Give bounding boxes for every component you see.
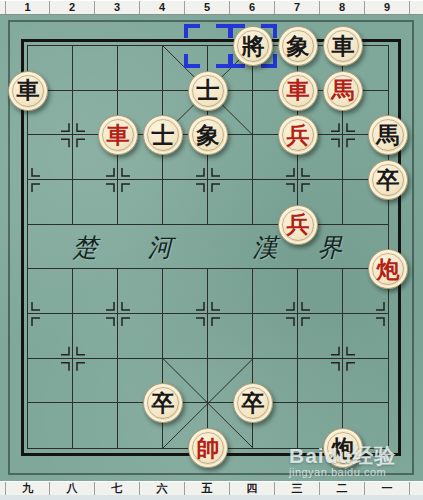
file-label-top-3: 3 (95, 1, 140, 14)
piece-glyph: 帥 (197, 436, 220, 459)
xiangqi-app-window: 123456789 楚河漢界 將象車車士車馬車士象兵馬卒兵炮卒卒帥炮 Baidu… (0, 0, 423, 500)
piece-glyph: 馬 (377, 123, 400, 146)
file-label-top-5: 5 (185, 1, 230, 14)
marker-corner (184, 54, 200, 68)
grid-cell (208, 269, 253, 314)
grid-cell (73, 403, 118, 448)
grid-cell (28, 180, 73, 225)
piece-black-advisor[interactable]: 士 (188, 71, 228, 111)
piece-red-soldier[interactable]: 兵 (278, 205, 318, 245)
piece-black-cannon[interactable]: 炮 (323, 428, 363, 468)
grid-cell (253, 314, 298, 359)
piece-glyph: 卒 (377, 168, 400, 191)
grid-cell (28, 314, 73, 359)
piece-glyph: 象 (197, 123, 220, 146)
piece-glyph: 馬 (332, 78, 355, 101)
grid-cell (73, 269, 118, 314)
file-label-top-8: 8 (320, 1, 365, 14)
piece-black-soldier[interactable]: 卒 (233, 383, 273, 423)
grid-cell (73, 314, 118, 359)
file-label-top-6: 6 (230, 1, 275, 14)
file-label-bottom-1: 九 (5, 482, 50, 495)
piece-glyph: 卒 (152, 391, 175, 414)
grid-cell (118, 314, 163, 359)
piece-glyph: 車 (332, 34, 355, 57)
bottom-coordinate-bar: 九八七六五四三二一 (0, 481, 423, 496)
piece-black-elephant[interactable]: 象 (278, 26, 318, 66)
file-label-bottom-8: 二 (320, 482, 365, 495)
piece-red-soldier[interactable]: 兵 (278, 115, 318, 155)
piece-red-horse[interactable]: 馬 (323, 71, 363, 111)
grid-cell (118, 46, 163, 91)
file-label-bottom-7: 三 (275, 482, 320, 495)
grid-cell (208, 180, 253, 225)
river-char: 界 (318, 231, 343, 264)
river-char: 河 (148, 231, 173, 264)
piece-black-soldier[interactable]: 卒 (143, 383, 183, 423)
grid-cell (28, 135, 73, 180)
file-label-top-4: 4 (140, 1, 185, 14)
file-label-top-9: 9 (365, 1, 410, 14)
piece-glyph: 將 (242, 34, 265, 57)
window-bottom-strip (0, 495, 423, 500)
top-coordinate-bar: 123456789 (0, 0, 423, 15)
grid-cell (73, 180, 118, 225)
piece-red-chariot[interactable]: 車 (278, 71, 318, 111)
grid-cell (163, 269, 208, 314)
river-char: 漢 (253, 231, 278, 264)
grid-cell (208, 225, 253, 270)
piece-glyph: 士 (152, 123, 175, 146)
file-label-bottom-3: 七 (95, 482, 140, 495)
file-label-bottom-2: 八 (50, 482, 95, 495)
piece-black-chariot[interactable]: 車 (8, 71, 48, 111)
grid-cell (298, 314, 343, 359)
grid-cell (28, 359, 73, 404)
grid-cell (208, 314, 253, 359)
grid-cell (253, 269, 298, 314)
piece-glyph: 炮 (377, 257, 400, 280)
piece-glyph: 卒 (242, 391, 265, 414)
grid-cell (298, 359, 343, 404)
grid-cell (343, 359, 388, 404)
file-label-bottom-9: 一 (365, 482, 410, 495)
piece-black-general[interactable]: 將 (233, 26, 273, 66)
piece-black-horse[interactable]: 馬 (368, 115, 408, 155)
file-label-bottom-5: 五 (185, 482, 230, 495)
grid-cell (28, 403, 73, 448)
file-label-bottom-6: 四 (230, 482, 275, 495)
file-label-top-1: 1 (5, 1, 50, 14)
grid-cell (73, 46, 118, 91)
file-label-bottom-4: 六 (140, 482, 185, 495)
piece-glyph: 車 (17, 78, 40, 101)
marker-corner (184, 24, 200, 38)
grid-cell (118, 269, 163, 314)
xiangqi-board[interactable]: 楚河漢界 將象車車士車馬車士象兵馬卒兵炮卒卒帥炮 (0, 15, 423, 481)
grid-cell (163, 314, 208, 359)
piece-black-advisor[interactable]: 士 (143, 115, 183, 155)
file-label-top-2: 2 (50, 1, 95, 14)
grid-cell (28, 225, 73, 270)
grid-cell (73, 359, 118, 404)
piece-red-cannon[interactable]: 炮 (368, 249, 408, 289)
grid-cell (298, 269, 343, 314)
grid-cell (163, 180, 208, 225)
piece-glyph: 象 (287, 34, 310, 57)
piece-glyph: 兵 (287, 212, 310, 235)
piece-black-soldier[interactable]: 卒 (368, 160, 408, 200)
river-char: 楚 (73, 231, 98, 264)
file-label-top-7: 7 (275, 1, 320, 14)
grid-cell (28, 269, 73, 314)
piece-glyph: 車 (287, 78, 310, 101)
piece-red-chariot[interactable]: 車 (98, 115, 138, 155)
piece-black-chariot[interactable]: 車 (323, 26, 363, 66)
piece-glyph: 兵 (287, 123, 310, 146)
piece-glyph: 士 (197, 78, 220, 101)
grid-cell (343, 314, 388, 359)
piece-glyph: 炮 (332, 436, 355, 459)
piece-red-general[interactable]: 帥 (188, 428, 228, 468)
grid-cell (118, 180, 163, 225)
last-move-from-marker (184, 24, 232, 68)
piece-black-elephant[interactable]: 象 (188, 115, 228, 155)
piece-glyph: 車 (107, 123, 130, 146)
